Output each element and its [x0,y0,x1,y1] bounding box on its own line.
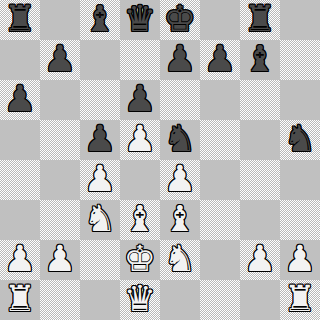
square-b4[interactable] [40,160,80,200]
square-g3[interactable] [240,200,280,240]
square-f5[interactable] [200,120,240,160]
square-g6[interactable] [240,80,280,120]
square-f1[interactable] [200,280,240,320]
square-d6[interactable]: ♟ [120,80,160,120]
square-f6[interactable] [200,80,240,120]
square-h4[interactable] [280,160,320,200]
square-b6[interactable] [40,80,80,120]
square-h8[interactable] [280,0,320,40]
square-d7[interactable] [120,40,160,80]
square-b1[interactable] [40,280,80,320]
square-f7[interactable]: ♟ [200,40,240,80]
square-b2[interactable]: ♟ [40,240,80,280]
square-d3[interactable]: ♝ [120,200,160,240]
piece-black-bishop-c8[interactable]: ♝ [84,0,116,39]
square-d4[interactable] [120,160,160,200]
square-e5[interactable]: ♞ [160,120,200,160]
square-e2[interactable]: ♞ [160,240,200,280]
chess-board: ♜♝♛♚♜♟♟♟♝♟♟♟♟♞♞♟♟♞♝♝♟♟♚♞♟♟♜♛♜ [0,0,320,320]
square-e3[interactable]: ♝ [160,200,200,240]
square-g7[interactable]: ♝ [240,40,280,80]
square-c5[interactable]: ♟ [80,120,120,160]
square-d8[interactable]: ♛ [120,0,160,40]
square-a6[interactable]: ♟ [0,80,40,120]
square-b3[interactable] [40,200,80,240]
piece-black-bishop-g7[interactable]: ♝ [244,40,276,79]
piece-white-queen-d1[interactable]: ♛ [124,280,156,319]
square-a1[interactable]: ♜ [0,280,40,320]
square-f3[interactable] [200,200,240,240]
piece-white-pawn-b2[interactable]: ♟ [44,240,76,279]
piece-white-pawn-e4[interactable]: ♟ [164,160,196,199]
square-h2[interactable]: ♟ [280,240,320,280]
square-e6[interactable] [160,80,200,120]
square-g5[interactable] [240,120,280,160]
square-c7[interactable] [80,40,120,80]
square-c8[interactable]: ♝ [80,0,120,40]
square-a2[interactable]: ♟ [0,240,40,280]
piece-black-queen-d8[interactable]: ♛ [124,0,156,39]
square-a8[interactable]: ♜ [0,0,40,40]
square-c4[interactable]: ♟ [80,160,120,200]
piece-white-pawn-g2[interactable]: ♟ [244,240,276,279]
square-h5[interactable]: ♞ [280,120,320,160]
piece-white-bishop-d3[interactable]: ♝ [124,200,156,239]
piece-white-king-d2[interactable]: ♚ [124,240,156,279]
square-e4[interactable]: ♟ [160,160,200,200]
square-h6[interactable] [280,80,320,120]
square-a3[interactable] [0,200,40,240]
square-f8[interactable] [200,0,240,40]
piece-black-pawn-d6[interactable]: ♟ [124,80,156,119]
piece-white-knight-c3[interactable]: ♞ [84,200,116,239]
square-e1[interactable] [160,280,200,320]
square-g8[interactable]: ♜ [240,0,280,40]
piece-black-pawn-e7[interactable]: ♟ [164,40,196,79]
square-b8[interactable] [40,0,80,40]
square-f2[interactable] [200,240,240,280]
square-a5[interactable] [0,120,40,160]
square-d5[interactable]: ♟ [120,120,160,160]
square-c1[interactable] [80,280,120,320]
piece-white-knight-e2[interactable]: ♞ [164,240,196,279]
square-e8[interactable]: ♚ [160,0,200,40]
square-c2[interactable] [80,240,120,280]
piece-white-rook-a1[interactable]: ♜ [4,280,36,319]
piece-black-king-e8[interactable]: ♚ [164,0,196,39]
square-c6[interactable] [80,80,120,120]
square-h3[interactable] [280,200,320,240]
piece-white-pawn-a2[interactable]: ♟ [4,240,36,279]
square-a7[interactable] [0,40,40,80]
square-c3[interactable]: ♞ [80,200,120,240]
piece-black-rook-g8[interactable]: ♜ [244,0,276,39]
square-e7[interactable]: ♟ [160,40,200,80]
piece-black-rook-a8[interactable]: ♜ [4,0,36,39]
square-h1[interactable]: ♜ [280,280,320,320]
square-g4[interactable] [240,160,280,200]
piece-black-knight-e5[interactable]: ♞ [164,120,196,159]
square-g2[interactable]: ♟ [240,240,280,280]
square-b5[interactable] [40,120,80,160]
piece-black-knight-h5[interactable]: ♞ [284,120,316,159]
piece-black-pawn-a6[interactable]: ♟ [4,80,36,119]
piece-white-bishop-e3[interactable]: ♝ [164,200,196,239]
square-g1[interactable] [240,280,280,320]
square-f4[interactable] [200,160,240,200]
piece-black-pawn-c5[interactable]: ♟ [84,120,116,159]
square-d2[interactable]: ♚ [120,240,160,280]
piece-black-pawn-b7[interactable]: ♟ [44,40,76,79]
piece-white-rook-h1[interactable]: ♜ [284,280,316,319]
square-a4[interactable] [0,160,40,200]
piece-white-pawn-c4[interactable]: ♟ [84,160,116,199]
piece-white-pawn-h2[interactable]: ♟ [284,240,316,279]
piece-white-pawn-d5[interactable]: ♟ [124,120,156,159]
square-h7[interactable] [280,40,320,80]
square-d1[interactable]: ♛ [120,280,160,320]
square-b7[interactable]: ♟ [40,40,80,80]
piece-black-pawn-f7[interactable]: ♟ [204,40,236,79]
